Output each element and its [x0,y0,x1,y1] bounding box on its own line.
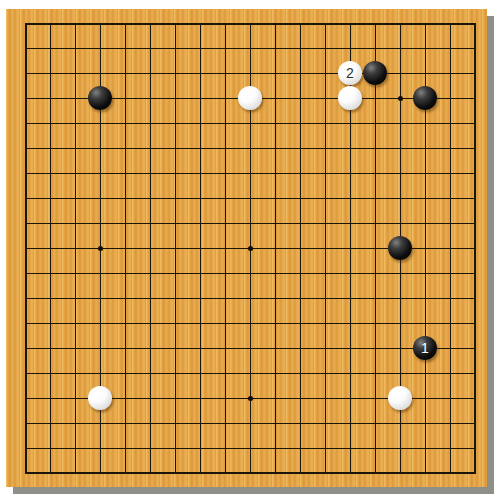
white-stone-K16 [238,86,262,110]
black-stone-P17 [363,61,387,85]
black-stone-Q10 [388,236,412,260]
grid-line-vertical [450,23,451,474]
grid-line-horizontal [25,323,476,324]
grid-line-vertical [325,23,326,474]
grid-line-horizontal [25,298,476,299]
board-grid: 21 [25,23,475,473]
grid-line-horizontal [25,423,476,424]
star-point [248,246,253,251]
star-point [398,96,403,101]
white-stone-O17: 2 [338,61,362,85]
grid-line-horizontal [25,448,476,449]
black-stone-R6: 1 [413,336,437,360]
grid-line-horizontal [25,273,476,274]
star-point [248,396,253,401]
white-stone-D4 [88,386,112,410]
go-board[interactable]: 21 [6,9,487,487]
star-point [98,246,103,251]
grid-line-vertical [474,23,476,474]
black-stone-D16 [88,86,112,110]
grid-line-vertical [300,23,301,474]
grid-line-vertical [375,23,376,474]
grid-line-horizontal [25,373,476,374]
grid-line-vertical [275,23,276,474]
grid-line-horizontal [25,472,476,474]
black-stone-R16 [413,86,437,110]
grid-line-horizontal [25,348,476,349]
white-stone-Q4 [388,386,412,410]
white-stone-O16 [338,86,362,110]
